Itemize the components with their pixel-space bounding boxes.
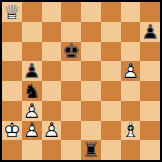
square-c5[interactable] — [42, 61, 62, 81]
square-a7[interactable] — [2, 22, 22, 42]
square-c3[interactable] — [42, 101, 62, 121]
square-c6[interactable] — [42, 42, 62, 62]
square-f8[interactable] — [101, 2, 121, 22]
square-c2[interactable]: ♟♙ — [42, 121, 62, 141]
white-pawn-outline-glyph: ♙ — [42, 121, 62, 141]
square-h5[interactable] — [140, 61, 160, 81]
square-f5[interactable] — [101, 61, 121, 81]
white-pawn-outline-glyph: ♙ — [22, 121, 42, 141]
square-e2[interactable] — [81, 121, 101, 141]
square-e6[interactable] — [81, 42, 101, 62]
square-a6[interactable] — [2, 42, 22, 62]
square-e8[interactable] — [81, 2, 101, 22]
square-g7[interactable] — [121, 22, 141, 42]
square-f2[interactable] — [101, 121, 121, 141]
chessboard-grid: ♛♕♟♙♚♔♟♙♟♙♞♘♟♙♚♔♟♙♟♙♝♗♜♖ — [2, 2, 160, 160]
square-f4[interactable] — [101, 81, 121, 101]
black-rook-fill-glyph: ♜ — [81, 140, 101, 160]
square-g5[interactable]: ♟♙ — [121, 61, 141, 81]
piece-black-rook[interactable]: ♜♖ — [81, 140, 101, 160]
white-king-outline-glyph: ♔ — [2, 121, 22, 141]
white-queen-fill-glyph: ♛ — [2, 2, 22, 22]
square-e7[interactable] — [81, 22, 101, 42]
black-pawn-outline-glyph: ♙ — [140, 22, 160, 42]
white-pawn-outline-glyph: ♙ — [22, 101, 42, 121]
square-d2[interactable] — [61, 121, 81, 141]
piece-white-pawn[interactable]: ♟♙ — [22, 101, 42, 121]
piece-black-knight[interactable]: ♞♘ — [22, 81, 42, 101]
white-pawn-fill-glyph: ♟ — [42, 121, 62, 141]
square-e3[interactable] — [81, 101, 101, 121]
square-h3[interactable] — [140, 101, 160, 121]
square-b3[interactable]: ♟♙ — [22, 101, 42, 121]
square-e5[interactable] — [81, 61, 101, 81]
square-a5[interactable] — [2, 61, 22, 81]
square-a4[interactable] — [2, 81, 22, 101]
piece-white-king[interactable]: ♚♔ — [2, 121, 22, 141]
square-g4[interactable] — [121, 81, 141, 101]
square-d1[interactable] — [61, 140, 81, 160]
black-pawn-fill-glyph: ♟ — [22, 61, 42, 81]
white-queen-outline-glyph: ♕ — [2, 2, 22, 22]
square-e1[interactable]: ♜♖ — [81, 140, 101, 160]
square-a3[interactable] — [2, 101, 22, 121]
piece-black-pawn[interactable]: ♟♙ — [140, 22, 160, 42]
square-a1[interactable] — [2, 140, 22, 160]
black-knight-outline-glyph: ♘ — [22, 81, 42, 101]
square-b4[interactable]: ♞♘ — [22, 81, 42, 101]
square-h2[interactable] — [140, 121, 160, 141]
white-pawn-fill-glyph: ♟ — [22, 121, 42, 141]
square-h8[interactable] — [140, 2, 160, 22]
square-g2[interactable]: ♝♗ — [121, 121, 141, 141]
square-f3[interactable] — [101, 101, 121, 121]
square-g1[interactable] — [121, 140, 141, 160]
chessboard: ♛♕♟♙♚♔♟♙♟♙♞♘♟♙♚♔♟♙♟♙♝♗♜♖ — [0, 0, 162, 162]
white-pawn-fill-glyph: ♟ — [121, 61, 141, 81]
square-b8[interactable] — [22, 2, 42, 22]
square-d6[interactable]: ♚♔ — [61, 42, 81, 62]
square-h4[interactable] — [140, 81, 160, 101]
square-h1[interactable] — [140, 140, 160, 160]
white-pawn-fill-glyph: ♟ — [22, 101, 42, 121]
piece-black-king[interactable]: ♚♔ — [61, 42, 81, 62]
square-f1[interactable] — [101, 140, 121, 160]
square-c8[interactable] — [42, 2, 62, 22]
white-bishop-outline-glyph: ♗ — [121, 121, 141, 141]
square-b2[interactable]: ♟♙ — [22, 121, 42, 141]
square-a2[interactable]: ♚♔ — [2, 121, 22, 141]
white-bishop-fill-glyph: ♝ — [121, 121, 141, 141]
piece-black-pawn[interactable]: ♟♙ — [22, 61, 42, 81]
square-a8[interactable]: ♛♕ — [2, 2, 22, 22]
square-c1[interactable] — [42, 140, 62, 160]
black-knight-fill-glyph: ♞ — [22, 81, 42, 101]
black-king-outline-glyph: ♔ — [61, 42, 81, 62]
square-d4[interactable] — [61, 81, 81, 101]
piece-white-pawn[interactable]: ♟♙ — [42, 121, 62, 141]
square-b7[interactable] — [22, 22, 42, 42]
square-d7[interactable] — [61, 22, 81, 42]
square-h7[interactable]: ♟♙ — [140, 22, 160, 42]
square-g8[interactable] — [121, 2, 141, 22]
square-b6[interactable] — [22, 42, 42, 62]
square-h6[interactable] — [140, 42, 160, 62]
square-e4[interactable] — [81, 81, 101, 101]
square-g6[interactable] — [121, 42, 141, 62]
square-c7[interactable] — [42, 22, 62, 42]
piece-white-pawn[interactable]: ♟♙ — [121, 61, 141, 81]
square-d3[interactable] — [61, 101, 81, 121]
square-f7[interactable] — [101, 22, 121, 42]
piece-white-pawn[interactable]: ♟♙ — [22, 121, 42, 141]
black-king-fill-glyph: ♚ — [61, 42, 81, 62]
white-pawn-outline-glyph: ♙ — [121, 61, 141, 81]
square-g3[interactable] — [121, 101, 141, 121]
square-b1[interactable] — [22, 140, 42, 160]
square-d5[interactable] — [61, 61, 81, 81]
piece-white-bishop[interactable]: ♝♗ — [121, 121, 141, 141]
square-d8[interactable] — [61, 2, 81, 22]
black-pawn-fill-glyph: ♟ — [140, 22, 160, 42]
square-b5[interactable]: ♟♙ — [22, 61, 42, 81]
black-pawn-outline-glyph: ♙ — [22, 61, 42, 81]
square-c4[interactable] — [42, 81, 62, 101]
square-f6[interactable] — [101, 42, 121, 62]
piece-white-queen[interactable]: ♛♕ — [2, 2, 22, 22]
black-rook-outline-glyph: ♖ — [81, 140, 101, 160]
white-king-fill-glyph: ♚ — [2, 121, 22, 141]
